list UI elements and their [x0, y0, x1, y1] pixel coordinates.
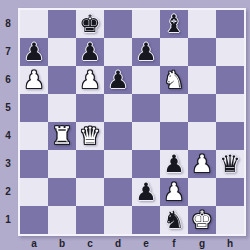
square-d4[interactable] — [104, 122, 132, 150]
square-d5[interactable] — [104, 94, 132, 122]
white-king[interactable]: ♚ — [191, 206, 213, 234]
square-a4[interactable] — [20, 122, 48, 150]
square-c2[interactable] — [76, 178, 104, 206]
square-h2[interactable] — [216, 178, 244, 206]
square-g1[interactable]: ♚ — [188, 206, 216, 234]
file-label-d: d — [104, 237, 132, 250]
square-d6[interactable]: ♟ — [104, 66, 132, 94]
square-a2[interactable] — [20, 178, 48, 206]
square-g2[interactable] — [188, 178, 216, 206]
square-h8[interactable] — [216, 10, 244, 38]
square-d7[interactable] — [104, 38, 132, 66]
square-b6[interactable] — [48, 66, 76, 94]
square-c5[interactable] — [76, 94, 104, 122]
square-b8[interactable] — [48, 10, 76, 38]
square-b3[interactable] — [48, 150, 76, 178]
square-f7[interactable] — [160, 38, 188, 66]
square-a1[interactable] — [20, 206, 48, 234]
square-c7[interactable]: ♟ — [76, 38, 104, 66]
black-pawn[interactable]: ♟ — [23, 38, 45, 66]
square-g6[interactable] — [188, 66, 216, 94]
square-g8[interactable] — [188, 10, 216, 38]
square-c8[interactable]: ♚ — [76, 10, 104, 38]
square-e5[interactable] — [132, 94, 160, 122]
square-c1[interactable] — [76, 206, 104, 234]
square-f4[interactable] — [160, 122, 188, 150]
square-a8[interactable] — [20, 10, 48, 38]
white-queen[interactable]: ♛ — [79, 122, 101, 150]
square-a6[interactable]: ♟ — [20, 66, 48, 94]
rank-label-8: 8 — [0, 10, 16, 38]
square-b2[interactable] — [48, 178, 76, 206]
square-f3[interactable]: ♟ — [160, 150, 188, 178]
square-h7[interactable] — [216, 38, 244, 66]
square-d3[interactable] — [104, 150, 132, 178]
square-h1[interactable] — [216, 206, 244, 234]
square-e4[interactable] — [132, 122, 160, 150]
file-label-h: h — [216, 237, 244, 250]
rank-label-5: 5 — [0, 94, 16, 122]
rank-label-3: 3 — [0, 150, 16, 178]
chess-diagram: ♚♝♟♟♟♟♟♟♞♜♛♟♟♛♟♟♞♚ 87654321 abcdefgh — [0, 0, 250, 250]
square-d1[interactable] — [104, 206, 132, 234]
white-pawn[interactable]: ♟ — [191, 150, 213, 178]
black-pawn[interactable]: ♟ — [79, 38, 101, 66]
square-f1[interactable]: ♞ — [160, 206, 188, 234]
square-c3[interactable] — [76, 150, 104, 178]
square-a5[interactable] — [20, 94, 48, 122]
rank-label-2: 2 — [0, 178, 16, 206]
rank-label-6: 6 — [0, 66, 16, 94]
square-h6[interactable] — [216, 66, 244, 94]
black-pawn[interactable]: ♟ — [135, 38, 157, 66]
square-d8[interactable] — [104, 10, 132, 38]
rank-label-1: 1 — [0, 206, 16, 234]
square-f2[interactable]: ♟ — [160, 178, 188, 206]
board: ♚♝♟♟♟♟♟♟♞♜♛♟♟♛♟♟♞♚ — [18, 8, 246, 236]
square-g5[interactable] — [188, 94, 216, 122]
black-pawn[interactable]: ♟ — [135, 178, 157, 206]
square-h4[interactable] — [216, 122, 244, 150]
square-f8[interactable]: ♝ — [160, 10, 188, 38]
file-label-e: e — [132, 237, 160, 250]
black-king[interactable]: ♚ — [79, 10, 101, 38]
rank-label-7: 7 — [0, 38, 16, 66]
square-c4[interactable]: ♛ — [76, 122, 104, 150]
file-label-f: f — [160, 237, 188, 250]
white-rook[interactable]: ♜ — [51, 122, 73, 150]
square-a3[interactable] — [20, 150, 48, 178]
square-h3[interactable]: ♛ — [216, 150, 244, 178]
square-b1[interactable] — [48, 206, 76, 234]
square-d2[interactable] — [104, 178, 132, 206]
white-knight[interactable]: ♞ — [163, 66, 185, 94]
square-f6[interactable]: ♞ — [160, 66, 188, 94]
square-a7[interactable]: ♟ — [20, 38, 48, 66]
white-pawn[interactable]: ♟ — [23, 66, 45, 94]
square-g4[interactable] — [188, 122, 216, 150]
square-e6[interactable] — [132, 66, 160, 94]
file-label-g: g — [188, 237, 216, 250]
file-label-a: a — [20, 237, 48, 250]
square-h5[interactable] — [216, 94, 244, 122]
file-label-b: b — [48, 237, 76, 250]
black-knight[interactable]: ♞ — [163, 206, 185, 234]
square-e8[interactable] — [132, 10, 160, 38]
square-b7[interactable] — [48, 38, 76, 66]
square-g7[interactable] — [188, 38, 216, 66]
white-pawn[interactable]: ♟ — [79, 66, 101, 94]
black-queen[interactable]: ♛ — [219, 150, 241, 178]
black-bishop[interactable]: ♝ — [163, 10, 185, 38]
black-pawn[interactable]: ♟ — [163, 150, 185, 178]
square-e1[interactable] — [132, 206, 160, 234]
file-label-c: c — [76, 237, 104, 250]
rank-label-4: 4 — [0, 122, 16, 150]
black-pawn[interactable]: ♟ — [107, 66, 129, 94]
white-pawn[interactable]: ♟ — [163, 178, 185, 206]
square-g3[interactable]: ♟ — [188, 150, 216, 178]
square-b5[interactable] — [48, 94, 76, 122]
square-e2[interactable]: ♟ — [132, 178, 160, 206]
square-f5[interactable] — [160, 94, 188, 122]
square-c6[interactable]: ♟ — [76, 66, 104, 94]
square-e3[interactable] — [132, 150, 160, 178]
square-e7[interactable]: ♟ — [132, 38, 160, 66]
square-b4[interactable]: ♜ — [48, 122, 76, 150]
